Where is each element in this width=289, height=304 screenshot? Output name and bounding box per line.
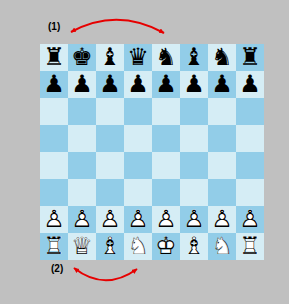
swap-arrow-bottom xyxy=(74,268,137,280)
black-king: ♚ xyxy=(68,44,96,71)
square-b3[interactable] xyxy=(68,179,96,206)
white-rook: ♖ xyxy=(236,233,264,260)
square-h7[interactable]: ♟ xyxy=(236,71,264,98)
square-f4[interactable] xyxy=(180,152,208,179)
white-bishop-fill: ♝ xyxy=(180,233,208,260)
square-b4[interactable] xyxy=(68,152,96,179)
black-bishop: ♝ xyxy=(96,44,124,71)
white-pawn-fill: ♟ xyxy=(236,206,264,233)
black-queen: ♛ xyxy=(124,44,152,71)
square-d7[interactable]: ♟ xyxy=(124,71,152,98)
white-pawn-fill: ♟ xyxy=(208,206,236,233)
square-b6[interactable] xyxy=(68,98,96,125)
square-e2[interactable]: ♟♙ xyxy=(152,206,180,233)
white-pawn: ♙ xyxy=(124,206,152,233)
black-pawn: ♟ xyxy=(208,71,236,98)
square-e1[interactable]: ♚♔ xyxy=(152,233,180,260)
white-rook-fill: ♜ xyxy=(236,233,264,260)
square-f6[interactable] xyxy=(180,98,208,125)
square-b8[interactable]: ♚ xyxy=(68,44,96,71)
square-f5[interactable] xyxy=(180,125,208,152)
square-c7[interactable]: ♟ xyxy=(96,71,124,98)
square-g8[interactable]: ♞ xyxy=(208,44,236,71)
square-g7[interactable]: ♟ xyxy=(208,71,236,98)
square-d6[interactable] xyxy=(124,98,152,125)
annotation-1-label: (1) xyxy=(48,21,60,32)
black-knight: ♞ xyxy=(152,44,180,71)
white-bishop-fill: ♝ xyxy=(96,233,124,260)
white-pawn: ♙ xyxy=(236,206,264,233)
black-pawn: ♟ xyxy=(236,71,264,98)
square-h4[interactable] xyxy=(236,152,264,179)
square-b5[interactable] xyxy=(68,125,96,152)
white-knight-fill: ♞ xyxy=(124,233,152,260)
square-g5[interactable] xyxy=(208,125,236,152)
black-pawn: ♟ xyxy=(96,71,124,98)
black-rook: ♜ xyxy=(40,44,68,71)
white-knight-fill: ♞ xyxy=(208,233,236,260)
white-bishop: ♗ xyxy=(96,233,124,260)
square-c3[interactable] xyxy=(96,179,124,206)
square-c2[interactable]: ♟♙ xyxy=(96,206,124,233)
square-e5[interactable] xyxy=(152,125,180,152)
chess-board: ♜♚♝♛♞♝♞♜♟♟♟♟♟♟♟♟♟♙♟♙♟♙♟♙♟♙♟♙♟♙♟♙♜♖♛♕♝♗♞♘… xyxy=(40,44,264,260)
square-a1[interactable]: ♜♖ xyxy=(40,233,68,260)
square-d1[interactable]: ♞♘ xyxy=(124,233,152,260)
square-e3[interactable] xyxy=(152,179,180,206)
white-king: ♔ xyxy=(152,233,180,260)
square-g2[interactable]: ♟♙ xyxy=(208,206,236,233)
black-pawn: ♟ xyxy=(124,71,152,98)
black-pawn: ♟ xyxy=(152,71,180,98)
square-a2[interactable]: ♟♙ xyxy=(40,206,68,233)
square-g6[interactable] xyxy=(208,98,236,125)
square-g1[interactable]: ♞♘ xyxy=(208,233,236,260)
square-c1[interactable]: ♝♗ xyxy=(96,233,124,260)
white-pawn: ♙ xyxy=(152,206,180,233)
square-c6[interactable] xyxy=(96,98,124,125)
white-pawn: ♙ xyxy=(208,206,236,233)
square-g3[interactable] xyxy=(208,179,236,206)
square-e7[interactable]: ♟ xyxy=(152,71,180,98)
chess-diagram: (1) ♜♚♝♛♞♝♞♜♟♟♟♟♟♟♟♟♟♙♟♙♟♙♟♙♟♙♟♙♟♙♟♙♜♖♛♕… xyxy=(0,0,289,304)
square-b2[interactable]: ♟♙ xyxy=(68,206,96,233)
square-f3[interactable] xyxy=(180,179,208,206)
white-knight: ♘ xyxy=(124,233,152,260)
square-b1[interactable]: ♛♕ xyxy=(68,233,96,260)
black-pawn: ♟ xyxy=(180,71,208,98)
square-c8[interactable]: ♝ xyxy=(96,44,124,71)
square-d2[interactable]: ♟♙ xyxy=(124,206,152,233)
square-h1[interactable]: ♜♖ xyxy=(236,233,264,260)
black-pawn: ♟ xyxy=(40,71,68,98)
white-knight: ♘ xyxy=(208,233,236,260)
white-pawn-fill: ♟ xyxy=(68,206,96,233)
white-queen-fill: ♛ xyxy=(68,233,96,260)
square-g4[interactable] xyxy=(208,152,236,179)
white-pawn-fill: ♟ xyxy=(96,206,124,233)
white-rook-fill: ♜ xyxy=(40,233,68,260)
square-a6[interactable] xyxy=(40,98,68,125)
white-pawn: ♙ xyxy=(96,206,124,233)
square-f2[interactable]: ♟♙ xyxy=(180,206,208,233)
square-a5[interactable] xyxy=(40,125,68,152)
square-d4[interactable] xyxy=(124,152,152,179)
white-queen: ♕ xyxy=(68,233,96,260)
black-bishop: ♝ xyxy=(180,44,208,71)
square-h2[interactable]: ♟♙ xyxy=(236,206,264,233)
white-pawn-fill: ♟ xyxy=(124,206,152,233)
square-e4[interactable] xyxy=(152,152,180,179)
white-pawn: ♙ xyxy=(40,206,68,233)
square-d3[interactable] xyxy=(124,179,152,206)
square-d5[interactable] xyxy=(124,125,152,152)
square-b7[interactable]: ♟ xyxy=(68,71,96,98)
black-pawn: ♟ xyxy=(68,71,96,98)
square-h6[interactable] xyxy=(236,98,264,125)
square-c4[interactable] xyxy=(96,152,124,179)
square-a7[interactable]: ♟ xyxy=(40,71,68,98)
square-e6[interactable] xyxy=(152,98,180,125)
white-pawn: ♙ xyxy=(68,206,96,233)
square-h8[interactable]: ♜ xyxy=(236,44,264,71)
square-f1[interactable]: ♝♗ xyxy=(180,233,208,260)
swap-arrow-top xyxy=(71,20,164,33)
square-a4[interactable] xyxy=(40,152,68,179)
black-rook: ♜ xyxy=(236,44,264,71)
white-pawn-fill: ♟ xyxy=(180,206,208,233)
square-f8[interactable]: ♝ xyxy=(180,44,208,71)
white-pawn-fill: ♟ xyxy=(152,206,180,233)
white-bishop: ♗ xyxy=(180,233,208,260)
square-h5[interactable] xyxy=(236,125,264,152)
white-pawn: ♙ xyxy=(180,206,208,233)
white-pawn-fill: ♟ xyxy=(40,206,68,233)
black-knight: ♞ xyxy=(208,44,236,71)
square-a3[interactable] xyxy=(40,179,68,206)
square-f7[interactable]: ♟ xyxy=(180,71,208,98)
square-c5[interactable] xyxy=(96,125,124,152)
white-king-fill: ♚ xyxy=(152,233,180,260)
white-rook: ♖ xyxy=(40,233,68,260)
square-e8[interactable]: ♞ xyxy=(152,44,180,71)
square-a8[interactable]: ♜ xyxy=(40,44,68,71)
annotation-2-label: (2) xyxy=(51,263,63,274)
square-h3[interactable] xyxy=(236,179,264,206)
square-d8[interactable]: ♛ xyxy=(124,44,152,71)
